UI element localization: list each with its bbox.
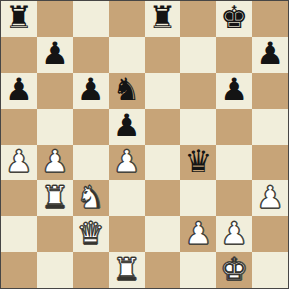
square-f6[interactable] [180, 73, 216, 109]
square-c1[interactable] [73, 252, 109, 288]
piece-white-rook[interactable]: ♜ [113, 254, 141, 285]
square-e8[interactable]: ♜ [145, 1, 181, 37]
square-b8[interactable] [37, 1, 73, 37]
square-h5[interactable] [252, 109, 288, 145]
square-b4[interactable]: ♟ [37, 145, 73, 181]
square-e3[interactable] [145, 180, 181, 216]
square-c7[interactable] [73, 37, 109, 73]
square-d8[interactable] [109, 1, 145, 37]
square-h2[interactable] [252, 216, 288, 252]
square-f7[interactable] [180, 37, 216, 73]
piece-black-knight[interactable]: ♞ [113, 74, 141, 105]
square-g4[interactable] [216, 145, 252, 181]
piece-white-rook[interactable]: ♜ [41, 182, 69, 213]
square-f4[interactable]: ♛ [180, 145, 216, 181]
square-e4[interactable] [145, 145, 181, 181]
square-h7[interactable]: ♟ [252, 37, 288, 73]
square-e7[interactable] [145, 37, 181, 73]
piece-black-pawn[interactable]: ♟ [220, 74, 248, 105]
piece-black-rook[interactable]: ♜ [5, 2, 33, 33]
square-f8[interactable] [180, 1, 216, 37]
piece-black-pawn[interactable]: ♟ [77, 74, 105, 105]
square-c5[interactable] [73, 109, 109, 145]
square-g3[interactable] [216, 180, 252, 216]
chess-board-container: ♜♜♚♟♟♟♟♞♟♟♟♟♟♛♜♞♟♛♟♟♜♚ [0, 0, 289, 289]
piece-black-pawn[interactable]: ♟ [41, 38, 69, 69]
square-g7[interactable] [216, 37, 252, 73]
square-g8[interactable]: ♚ [216, 1, 252, 37]
square-b6[interactable] [37, 73, 73, 109]
square-c6[interactable]: ♟ [73, 73, 109, 109]
piece-white-queen[interactable]: ♛ [77, 218, 105, 249]
piece-white-pawn[interactable]: ♟ [113, 146, 141, 177]
piece-white-king[interactable]: ♚ [220, 254, 248, 285]
square-b7[interactable]: ♟ [37, 37, 73, 73]
square-c8[interactable] [73, 1, 109, 37]
square-a3[interactable] [1, 180, 37, 216]
square-h4[interactable] [252, 145, 288, 181]
square-a5[interactable] [1, 109, 37, 145]
piece-black-pawn[interactable]: ♟ [5, 74, 33, 105]
square-b2[interactable] [37, 216, 73, 252]
square-a1[interactable] [1, 252, 37, 288]
square-e5[interactable] [145, 109, 181, 145]
piece-black-rook[interactable]: ♜ [149, 2, 177, 33]
square-d1[interactable]: ♜ [109, 252, 145, 288]
chess-board: ♜♜♚♟♟♟♟♞♟♟♟♟♟♛♜♞♟♛♟♟♜♚ [0, 0, 289, 289]
square-e6[interactable] [145, 73, 181, 109]
square-f5[interactable] [180, 109, 216, 145]
square-a7[interactable] [1, 37, 37, 73]
square-f3[interactable] [180, 180, 216, 216]
square-d7[interactable] [109, 37, 145, 73]
square-h3[interactable]: ♟ [252, 180, 288, 216]
piece-white-pawn[interactable]: ♟ [256, 182, 284, 213]
square-e1[interactable] [145, 252, 181, 288]
piece-white-pawn[interactable]: ♟ [220, 218, 248, 249]
square-d4[interactable]: ♟ [109, 145, 145, 181]
square-g1[interactable]: ♚ [216, 252, 252, 288]
square-d2[interactable] [109, 216, 145, 252]
square-b1[interactable] [37, 252, 73, 288]
square-e2[interactable] [145, 216, 181, 252]
square-a2[interactable] [1, 216, 37, 252]
square-g2[interactable]: ♟ [216, 216, 252, 252]
square-d6[interactable]: ♞ [109, 73, 145, 109]
square-d3[interactable] [109, 180, 145, 216]
square-c4[interactable] [73, 145, 109, 181]
square-a6[interactable]: ♟ [1, 73, 37, 109]
square-g5[interactable] [216, 109, 252, 145]
square-h6[interactable] [252, 73, 288, 109]
square-h1[interactable] [252, 252, 288, 288]
piece-black-king[interactable]: ♚ [220, 2, 248, 33]
piece-black-queen[interactable]: ♛ [184, 146, 212, 177]
piece-black-pawn[interactable]: ♟ [256, 38, 284, 69]
square-h8[interactable] [252, 1, 288, 37]
piece-white-pawn[interactable]: ♟ [41, 146, 69, 177]
square-d5[interactable]: ♟ [109, 109, 145, 145]
square-b3[interactable]: ♜ [37, 180, 73, 216]
square-b5[interactable] [37, 109, 73, 145]
piece-white-pawn[interactable]: ♟ [5, 146, 33, 177]
piece-white-knight[interactable]: ♞ [77, 182, 105, 213]
square-f1[interactable] [180, 252, 216, 288]
piece-white-pawn[interactable]: ♟ [184, 218, 212, 249]
square-a8[interactable]: ♜ [1, 1, 37, 37]
square-c2[interactable]: ♛ [73, 216, 109, 252]
square-a4[interactable]: ♟ [1, 145, 37, 181]
square-g6[interactable]: ♟ [216, 73, 252, 109]
piece-black-pawn[interactable]: ♟ [113, 110, 141, 141]
square-c3[interactable]: ♞ [73, 180, 109, 216]
square-f2[interactable]: ♟ [180, 216, 216, 252]
